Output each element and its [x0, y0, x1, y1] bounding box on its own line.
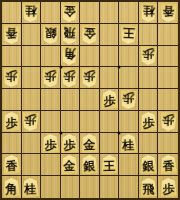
square-3h[interactable]: [119, 154, 139, 176]
square-2c[interactable]: 歩: [139, 46, 159, 68]
square-5b[interactable]: 金: [80, 24, 100, 46]
square-4d[interactable]: [100, 67, 120, 89]
square-3d[interactable]: [119, 67, 139, 89]
square-7e[interactable]: [41, 89, 61, 111]
piece-gote-b[interactable]: 角: [61, 46, 79, 66]
square-1d[interactable]: [158, 67, 178, 89]
piece-sente-n[interactable]: 桂: [120, 133, 138, 153]
square-8a[interactable]: 桂: [22, 2, 42, 24]
square-9h[interactable]: 香: [2, 154, 22, 176]
piece-sente-r[interactable]: 飛: [139, 177, 157, 197]
piece-sente-s[interactable]: 銀: [139, 155, 157, 175]
square-3c[interactable]: [119, 46, 139, 68]
square-4b[interactable]: [100, 24, 120, 46]
square-1g[interactable]: [158, 133, 178, 155]
square-1e[interactable]: [158, 89, 178, 111]
square-4g[interactable]: [100, 133, 120, 155]
piece-gote-n[interactable]: 桂: [139, 2, 157, 22]
square-4i[interactable]: [100, 176, 120, 198]
piece-gote-g[interactable]: 金: [80, 24, 98, 44]
square-4f[interactable]: [100, 111, 120, 133]
square-6e[interactable]: [61, 89, 81, 111]
square-8f[interactable]: 歩: [22, 111, 42, 133]
square-9c[interactable]: [2, 46, 22, 68]
piece-gote-l[interactable]: 香: [2, 24, 20, 44]
square-6a[interactable]: 金: [61, 2, 81, 24]
square-3i[interactable]: [119, 176, 139, 198]
piece-gote-p[interactable]: 歩: [61, 68, 79, 88]
shogi-app: 桂金桂香香銀飛金王角歩歩歩歩歩歩歩歩歩歩歩歩歩金桂香金銀王銀香角桂飛歩: [0, 0, 180, 200]
piece-gote-k[interactable]: 王: [120, 24, 138, 44]
piece-sente-p[interactable]: 歩: [139, 111, 157, 131]
piece-gote-s[interactable]: 銀: [41, 24, 59, 44]
square-1c[interactable]: [158, 46, 178, 68]
square-9g[interactable]: [2, 133, 22, 155]
square-3e[interactable]: 歩: [119, 89, 139, 111]
square-6f[interactable]: [61, 111, 81, 133]
square-8d[interactable]: [22, 67, 42, 89]
square-4h[interactable]: 王: [100, 154, 120, 176]
square-6d[interactable]: 歩: [61, 67, 81, 89]
square-2b[interactable]: [139, 24, 159, 46]
square-5a[interactable]: [80, 2, 100, 24]
square-6b[interactable]: 飛: [61, 24, 81, 46]
square-4c[interactable]: [100, 46, 120, 68]
square-7f[interactable]: [41, 111, 61, 133]
shogi-board: 桂金桂香香銀飛金王角歩歩歩歩歩歩歩歩歩歩歩歩歩金桂香金銀王銀香角桂飛歩: [0, 0, 180, 200]
square-3g[interactable]: 桂: [119, 133, 139, 155]
piece-gote-p[interactable]: 歩: [159, 111, 177, 131]
piece-sente-n[interactable]: 桂: [22, 177, 40, 197]
piece-sente-g[interactable]: 金: [81, 133, 99, 153]
piece-sente-g[interactable]: 金: [61, 155, 79, 175]
square-5g[interactable]: 金: [80, 133, 100, 155]
square-2f[interactable]: 歩: [139, 111, 159, 133]
square-3f[interactable]: [119, 111, 139, 133]
square-2i[interactable]: 飛: [139, 176, 159, 198]
piece-sente-s[interactable]: 銀: [81, 155, 99, 175]
square-5d[interactable]: 歩: [80, 67, 100, 89]
piece-sente-p[interactable]: 歩: [100, 90, 118, 110]
piece-sente-b[interactable]: 角: [2, 177, 20, 197]
square-7c[interactable]: [41, 46, 61, 68]
piece-sente-p[interactable]: 歩: [159, 177, 177, 197]
square-9i[interactable]: 角: [2, 176, 22, 198]
square-8c[interactable]: [22, 46, 42, 68]
square-6g[interactable]: 歩: [61, 133, 81, 155]
square-8g[interactable]: [22, 133, 42, 155]
piece-sente-p[interactable]: 歩: [2, 111, 20, 131]
square-1a[interactable]: 香: [158, 2, 178, 24]
square-4a[interactable]: [100, 2, 120, 24]
square-7a[interactable]: [41, 2, 61, 24]
square-5h[interactable]: 銀: [80, 154, 100, 176]
square-1b[interactable]: [158, 24, 178, 46]
square-8h[interactable]: [22, 154, 42, 176]
piece-gote-n[interactable]: 桂: [22, 2, 40, 22]
square-1i[interactable]: 歩: [158, 176, 178, 198]
square-2d[interactable]: [139, 67, 159, 89]
square-7h[interactable]: [41, 154, 61, 176]
piece-sente-l[interactable]: 香: [2, 155, 20, 175]
square-1h[interactable]: 香: [158, 154, 178, 176]
square-8i[interactable]: 桂: [22, 176, 42, 198]
square-2e[interactable]: [139, 89, 159, 111]
piece-sente-l[interactable]: 香: [159, 155, 177, 175]
square-6h[interactable]: 金: [61, 154, 81, 176]
square-9f[interactable]: 歩: [2, 111, 22, 133]
square-5e[interactable]: [80, 89, 100, 111]
piece-gote-l[interactable]: 香: [159, 2, 177, 22]
square-5c[interactable]: [80, 46, 100, 68]
square-9e[interactable]: [2, 89, 22, 111]
piece-gote-r[interactable]: 飛: [61, 24, 79, 44]
square-1f[interactable]: 歩: [158, 111, 178, 133]
piece-gote-p[interactable]: 歩: [2, 68, 20, 88]
piece-sente-p[interactable]: 歩: [61, 133, 79, 153]
square-9a[interactable]: [2, 2, 22, 24]
square-8e[interactable]: [22, 89, 42, 111]
square-6i[interactable]: [61, 176, 81, 198]
square-9d[interactable]: 歩: [2, 67, 22, 89]
square-2g[interactable]: [139, 133, 159, 155]
square-2a[interactable]: 桂: [139, 2, 159, 24]
piece-gote-p[interactable]: 歩: [80, 68, 98, 88]
piece-gote-g[interactable]: 金: [61, 2, 79, 22]
square-3b[interactable]: 王: [119, 24, 139, 46]
piece-sente-p[interactable]: 歩: [42, 133, 60, 153]
square-2h[interactable]: 銀: [139, 154, 159, 176]
square-7i[interactable]: [41, 176, 61, 198]
square-7d[interactable]: 歩: [41, 67, 61, 89]
piece-gote-p[interactable]: 歩: [139, 46, 157, 66]
piece-sente-k[interactable]: 王: [100, 155, 118, 175]
piece-gote-p[interactable]: 歩: [120, 90, 138, 110]
square-4e[interactable]: 歩: [100, 89, 120, 111]
square-8b[interactable]: [22, 24, 42, 46]
square-7g[interactable]: 歩: [41, 133, 61, 155]
square-6c[interactable]: 角: [61, 46, 81, 68]
piece-gote-p[interactable]: 歩: [22, 111, 40, 131]
square-7b[interactable]: 銀: [41, 24, 61, 46]
square-9b[interactable]: 香: [2, 24, 22, 46]
piece-gote-p[interactable]: 歩: [41, 68, 59, 88]
square-5f[interactable]: [80, 111, 100, 133]
square-5i[interactable]: [80, 176, 100, 198]
square-3a[interactable]: [119, 2, 139, 24]
